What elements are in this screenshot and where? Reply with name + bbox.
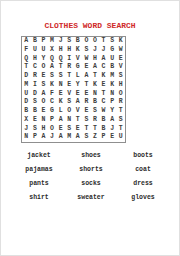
- grid-cell: T: [116, 125, 125, 134]
- grid-cell: S: [91, 107, 100, 116]
- grid-cell: O: [82, 37, 91, 46]
- grid-cell: B: [108, 63, 117, 72]
- grid-cell: H: [39, 125, 48, 134]
- grid-cell: E: [99, 81, 108, 90]
- grid-cell: T: [99, 90, 108, 99]
- grid-cell: Z: [91, 133, 100, 142]
- grid-cell: S: [65, 98, 74, 107]
- grid-cell: T: [91, 125, 100, 134]
- grid-cell: U: [39, 46, 48, 55]
- grid-cell: G: [48, 107, 57, 116]
- grid-cell: U: [22, 90, 31, 99]
- grid-cell: S: [82, 133, 91, 142]
- grid-cell: A: [99, 55, 108, 64]
- grid-cell: A: [108, 116, 117, 125]
- grid-cell: E: [73, 90, 82, 99]
- grid-cell: B: [31, 107, 40, 116]
- grid-cell: S: [116, 72, 125, 81]
- grid-cell: V: [65, 90, 74, 99]
- grid-cell: R: [116, 98, 125, 107]
- grid-cell: M: [22, 81, 31, 90]
- word-list-item: pants: [13, 177, 65, 191]
- grid-cell: J: [99, 46, 108, 55]
- grid-cell: K: [91, 81, 100, 90]
- page-title: CLOTHES WORD SEARCH: [1, 21, 179, 30]
- grid-cell: A: [91, 63, 100, 72]
- grid-cell: U: [31, 46, 40, 55]
- grid-cell: V: [73, 107, 82, 116]
- grid-cell: E: [82, 90, 91, 99]
- grid-cell: P: [39, 37, 48, 46]
- grid-cell: E: [65, 81, 74, 90]
- grid-cell: M: [48, 37, 57, 46]
- grid-cell: T: [116, 107, 125, 116]
- grid-cell: J: [91, 46, 100, 55]
- grid-cell: O: [91, 37, 100, 46]
- grid-cell: K: [48, 81, 57, 90]
- grid-cell: S: [48, 72, 57, 81]
- grid-cell: P: [108, 98, 117, 107]
- grid-cell: H: [31, 55, 40, 64]
- grid-cell: G: [108, 46, 117, 55]
- grid-cell: R: [91, 116, 100, 125]
- grid-cell: R: [65, 63, 74, 72]
- grid-cell: B: [22, 107, 31, 116]
- grid-cell: E: [31, 116, 40, 125]
- grid-cell: S: [65, 125, 74, 134]
- grid-cell: W: [82, 55, 91, 64]
- grid-cell: K: [56, 98, 65, 107]
- word-list-item: shorts: [65, 163, 117, 177]
- grid-cell: S: [39, 81, 48, 90]
- grid-cell: M: [65, 133, 74, 142]
- grid-cell: E: [116, 55, 125, 64]
- grid-cell: B: [31, 37, 40, 46]
- grid-cell: E: [56, 90, 65, 99]
- grid-cell: A: [48, 63, 57, 72]
- word-list-item: boots: [117, 149, 169, 163]
- word-search-grid: ABPMJSBOOTSKFUUXHHKSJJGWQHYQQIVWHAUETCOA…: [21, 36, 126, 143]
- grid-cell: C: [48, 98, 57, 107]
- grid-cell: T: [82, 81, 91, 90]
- grid-cell: D: [22, 72, 31, 81]
- grid-cell: Y: [108, 107, 117, 116]
- grid-cell: J: [48, 133, 57, 142]
- grid-cell: P: [99, 133, 108, 142]
- grid-cell: X: [22, 116, 31, 125]
- grid-cell: A: [22, 37, 31, 46]
- grid-cell: I: [65, 55, 74, 64]
- grid-cell: N: [39, 116, 48, 125]
- grid-cell: B: [99, 125, 108, 134]
- grid-cell: T: [99, 37, 108, 46]
- word-list-item: shoes: [65, 149, 117, 163]
- grid-cell: C: [99, 63, 108, 72]
- grid-cell: K: [99, 72, 108, 81]
- grid-cell: P: [48, 116, 57, 125]
- grid-cell: H: [65, 46, 74, 55]
- grid-cell: H: [56, 46, 65, 55]
- grid-cell: C: [31, 63, 40, 72]
- word-list-item: coat: [117, 163, 169, 177]
- grid-cell: K: [116, 37, 125, 46]
- grid-cell: E: [56, 125, 65, 134]
- grid-cell: S: [116, 116, 125, 125]
- grid-cell: T: [73, 116, 82, 125]
- grid-cell: T: [56, 63, 65, 72]
- grid-cell: S: [31, 125, 40, 134]
- grid-cell: B: [99, 116, 108, 125]
- grid-cell: U: [116, 133, 125, 142]
- grid-cell: O: [48, 125, 57, 134]
- grid-cell: C: [99, 98, 108, 107]
- grid-cell: Q: [56, 55, 65, 64]
- grid-cell: V: [73, 55, 82, 64]
- grid-cell: N: [91, 90, 100, 99]
- grid-cell: T: [91, 72, 100, 81]
- grid-cell: U: [108, 55, 117, 64]
- grid-cell: S: [65, 37, 74, 46]
- worksheet-page: CLOTHES WORD SEARCH ABPMJSBOOTSKFUUXHHKS…: [0, 0, 180, 256]
- grid-cell: A: [56, 116, 65, 125]
- grid-cell: V: [116, 63, 125, 72]
- grid-cell: O: [65, 107, 74, 116]
- grid-cell: N: [56, 81, 65, 90]
- grid-cell: O: [116, 90, 125, 99]
- grid-cell: Q: [22, 55, 31, 64]
- grid-cell: W: [116, 46, 125, 55]
- grid-cell: W: [99, 107, 108, 116]
- grid-cell: A: [82, 72, 91, 81]
- grid-cell: F: [48, 90, 57, 99]
- grid-cell: E: [82, 63, 91, 72]
- grid-cell: K: [73, 46, 82, 55]
- grid-cell: M: [108, 72, 117, 81]
- grid-cell: F: [22, 46, 31, 55]
- grid-cell: J: [56, 37, 65, 46]
- grid-cell: T: [82, 125, 91, 134]
- word-list-item: shirt: [13, 191, 65, 205]
- grid-cell: N: [65, 116, 74, 125]
- word-list-item: sweater: [65, 191, 117, 205]
- grid-cell: E: [108, 133, 117, 142]
- grid-cell: D: [31, 90, 40, 99]
- grid-cell: O: [39, 98, 48, 107]
- grid-cell: S: [82, 46, 91, 55]
- grid-cell: H: [116, 81, 125, 90]
- grid-cell: S: [31, 98, 40, 107]
- grid-cell: J: [22, 125, 31, 134]
- grid-cell: A: [39, 90, 48, 99]
- grid-cell: L: [56, 107, 65, 116]
- grid-cell: S: [108, 37, 117, 46]
- grid-cell: J: [108, 125, 117, 134]
- grid-cell: T: [65, 72, 74, 81]
- grid-cell: I: [31, 81, 40, 90]
- grid-cell: R: [31, 72, 40, 81]
- grid-cell: S: [82, 116, 91, 125]
- grid-cell: E: [73, 125, 82, 134]
- word-list-item: dress: [117, 177, 169, 191]
- grid-cell: B: [91, 98, 100, 107]
- word-list-item: socks: [65, 177, 117, 191]
- grid-cell: N: [22, 133, 31, 142]
- grid-cell: D: [22, 98, 31, 107]
- grid-cell: A: [39, 133, 48, 142]
- grid-cell: Y: [39, 55, 48, 64]
- grid-cell: E: [39, 107, 48, 116]
- grid-cell: G: [73, 63, 82, 72]
- word-list-item: jacket: [13, 149, 65, 163]
- grid-cell: A: [73, 133, 82, 142]
- word-list-item: gloves: [117, 191, 169, 205]
- word-list-item: pajamas: [13, 163, 65, 177]
- grid-cell: R: [82, 98, 91, 107]
- grid-cell: E: [82, 107, 91, 116]
- grid-cell: O: [39, 63, 48, 72]
- grid-cell: E: [39, 72, 48, 81]
- grid-cell: A: [73, 98, 82, 107]
- grid-cell: N: [108, 90, 117, 99]
- grid-cell: B: [73, 37, 82, 46]
- grid-cell: P: [31, 133, 40, 142]
- word-list: jacketshoesbootspajamasshortscoatpantsso…: [13, 149, 169, 205]
- grid-cell: L: [73, 72, 82, 81]
- grid-cell: S: [56, 72, 65, 81]
- grid-cell: Q: [48, 55, 57, 64]
- grid-cell: X: [48, 46, 57, 55]
- grid-cell: K: [108, 81, 117, 90]
- grid-cell: A: [56, 133, 65, 142]
- grid-cell: T: [22, 63, 31, 72]
- grid-cell: H: [91, 55, 100, 64]
- grid-cell: Y: [73, 81, 82, 90]
